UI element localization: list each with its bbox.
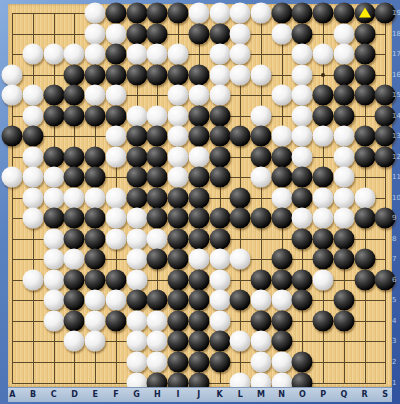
row-number-10: 10	[392, 194, 400, 202]
white-stone[interactable]	[209, 249, 230, 270]
black-stone[interactable]	[126, 167, 147, 188]
white-stone[interactable]	[85, 23, 106, 44]
black-stone[interactable]	[188, 352, 209, 373]
black-stone[interactable]	[43, 146, 64, 167]
white-stone[interactable]	[250, 3, 271, 24]
white-stone[interactable]	[85, 310, 106, 331]
black-stone[interactable]	[354, 269, 375, 290]
column-label-p: P	[320, 390, 326, 400]
black-stone[interactable]	[64, 85, 85, 106]
black-stone[interactable]	[168, 310, 189, 331]
white-stone[interactable]	[126, 44, 147, 65]
white-stone[interactable]	[85, 44, 106, 65]
black-stone[interactable]	[333, 64, 354, 85]
black-stone[interactable]	[271, 3, 292, 24]
white-stone[interactable]	[313, 44, 334, 65]
black-stone[interactable]	[313, 105, 334, 126]
white-stone[interactable]	[188, 85, 209, 106]
black-stone[interactable]	[85, 105, 106, 126]
black-stone[interactable]	[85, 269, 106, 290]
white-stone[interactable]	[209, 85, 230, 106]
black-stone[interactable]	[64, 269, 85, 290]
white-stone[interactable]	[168, 44, 189, 65]
white-stone[interactable]	[292, 64, 313, 85]
white-stone[interactable]	[333, 187, 354, 208]
black-stone[interactable]	[168, 352, 189, 373]
white-stone[interactable]	[85, 3, 106, 24]
white-stone[interactable]	[250, 290, 271, 311]
white-stone[interactable]	[105, 146, 126, 167]
row-number-11: 11	[392, 173, 400, 181]
white-stone[interactable]	[147, 310, 168, 331]
black-stone[interactable]	[271, 167, 292, 188]
white-stone[interactable]	[168, 146, 189, 167]
white-stone[interactable]	[333, 44, 354, 65]
row-number-6: 6	[392, 276, 400, 284]
white-stone[interactable]	[188, 249, 209, 270]
black-stone[interactable]	[313, 167, 334, 188]
black-stone[interactable]	[147, 187, 168, 208]
black-stone[interactable]	[147, 208, 168, 229]
white-stone[interactable]	[126, 249, 147, 270]
white-stone[interactable]	[209, 3, 230, 24]
black-stone[interactable]	[250, 310, 271, 331]
black-stone[interactable]	[85, 146, 106, 167]
black-stone[interactable]	[126, 126, 147, 147]
row-number-5: 5	[392, 296, 400, 304]
white-stone[interactable]	[188, 146, 209, 167]
white-stone[interactable]	[313, 126, 334, 147]
black-stone[interactable]	[354, 44, 375, 65]
black-stone[interactable]	[85, 249, 106, 270]
black-stone[interactable]	[64, 64, 85, 85]
grid-line-vertical	[385, 13, 386, 384]
white-stone[interactable]	[105, 187, 126, 208]
black-stone[interactable]	[209, 126, 230, 147]
white-stone[interactable]	[292, 105, 313, 126]
white-stone[interactable]	[333, 208, 354, 229]
black-stone[interactable]	[250, 146, 271, 167]
column-label-e: E	[92, 390, 97, 400]
black-stone[interactable]	[354, 208, 375, 229]
black-stone[interactable]	[126, 290, 147, 311]
column-label-b: B	[30, 390, 36, 400]
black-stone[interactable]	[188, 208, 209, 229]
black-stone[interactable]	[64, 167, 85, 188]
black-stone[interactable]	[188, 64, 209, 85]
black-stone[interactable]	[188, 228, 209, 249]
column-label-strip: ABCDEFGHIJKLMNOPQRS	[8, 387, 392, 402]
row-number-2: 2	[392, 358, 400, 366]
black-stone[interactable]	[168, 249, 189, 270]
black-stone[interactable]	[271, 146, 292, 167]
white-stone[interactable]	[209, 44, 230, 65]
black-stone[interactable]	[168, 290, 189, 311]
black-stone[interactable]	[354, 85, 375, 106]
row-number-15: 15	[392, 91, 400, 99]
black-stone[interactable]	[292, 228, 313, 249]
black-stone[interactable]	[168, 3, 189, 24]
black-stone[interactable]	[43, 105, 64, 126]
black-stone[interactable]	[188, 331, 209, 352]
column-label-d: D	[71, 390, 78, 400]
white-stone[interactable]	[147, 44, 168, 65]
black-stone[interactable]	[64, 208, 85, 229]
white-stone[interactable]	[271, 23, 292, 44]
white-stone[interactable]	[43, 44, 64, 65]
column-label-i: I	[177, 390, 180, 400]
column-label-s: S	[382, 390, 388, 400]
white-stone[interactable]	[313, 208, 334, 229]
white-stone[interactable]	[23, 208, 44, 229]
black-stone[interactable]	[250, 208, 271, 229]
column-label-c: C	[51, 390, 57, 400]
black-stone[interactable]	[230, 126, 251, 147]
black-stone[interactable]	[188, 105, 209, 126]
white-stone[interactable]	[126, 208, 147, 229]
white-stone[interactable]	[354, 187, 375, 208]
white-stone[interactable]	[43, 187, 64, 208]
white-stone[interactable]	[23, 187, 44, 208]
white-stone[interactable]	[147, 352, 168, 373]
black-stone[interactable]	[64, 290, 85, 311]
row-number-18: 18	[392, 30, 400, 38]
black-stone[interactable]	[188, 23, 209, 44]
black-stone[interactable]	[168, 269, 189, 290]
black-stone[interactable]	[313, 85, 334, 106]
white-stone[interactable]	[23, 105, 44, 126]
black-stone[interactable]	[271, 269, 292, 290]
white-stone[interactable]	[23, 85, 44, 106]
white-stone[interactable]	[250, 331, 271, 352]
black-stone[interactable]	[209, 167, 230, 188]
black-stone[interactable]	[64, 310, 85, 331]
black-stone[interactable]	[292, 269, 313, 290]
white-stone[interactable]	[43, 228, 64, 249]
white-stone[interactable]	[126, 352, 147, 373]
black-stone[interactable]	[147, 290, 168, 311]
black-stone[interactable]	[126, 187, 147, 208]
last-move-triangle-marker	[359, 8, 371, 18]
black-stone[interactable]	[126, 3, 147, 24]
black-stone[interactable]	[105, 64, 126, 85]
white-stone[interactable]	[43, 167, 64, 188]
black-stone[interactable]	[333, 310, 354, 331]
white-stone[interactable]	[85, 187, 106, 208]
black-stone[interactable]	[209, 331, 230, 352]
white-stone[interactable]	[271, 126, 292, 147]
black-stone[interactable]	[209, 228, 230, 249]
white-stone[interactable]	[23, 167, 44, 188]
black-stone[interactable]	[23, 126, 44, 147]
row-number-17: 17	[392, 50, 400, 58]
white-stone[interactable]	[292, 85, 313, 106]
white-stone[interactable]	[147, 228, 168, 249]
black-stone[interactable]	[43, 85, 64, 106]
white-stone[interactable]	[126, 105, 147, 126]
black-stone[interactable]	[126, 64, 147, 85]
black-stone[interactable]	[250, 126, 271, 147]
black-stone[interactable]	[64, 228, 85, 249]
black-stone[interactable]	[292, 23, 313, 44]
white-stone[interactable]	[271, 352, 292, 373]
black-stone[interactable]	[230, 290, 251, 311]
black-stone[interactable]	[43, 208, 64, 229]
black-stone[interactable]	[333, 228, 354, 249]
black-stone[interactable]	[147, 249, 168, 270]
black-stone[interactable]	[147, 3, 168, 24]
row-number-4: 4	[392, 317, 400, 325]
black-stone[interactable]	[2, 126, 23, 147]
column-label-q: Q	[340, 390, 347, 400]
black-stone[interactable]	[168, 228, 189, 249]
white-stone[interactable]	[147, 331, 168, 352]
column-label-n: N	[278, 390, 285, 400]
black-stone[interactable]	[250, 269, 271, 290]
column-label-j: J	[197, 390, 200, 400]
white-stone[interactable]	[271, 290, 292, 311]
black-stone[interactable]	[292, 167, 313, 188]
white-stone[interactable]	[23, 269, 44, 290]
white-stone[interactable]	[168, 126, 189, 147]
black-stone[interactable]	[85, 228, 106, 249]
row-number-16: 16	[392, 71, 400, 79]
white-stone[interactable]	[230, 3, 251, 24]
black-stone[interactable]	[188, 167, 209, 188]
white-stone[interactable]	[126, 269, 147, 290]
black-stone[interactable]	[147, 126, 168, 147]
black-stone[interactable]	[271, 208, 292, 229]
black-stone[interactable]	[271, 249, 292, 270]
black-stone[interactable]	[188, 187, 209, 208]
black-stone[interactable]	[126, 146, 147, 167]
white-stone[interactable]	[271, 85, 292, 106]
black-stone[interactable]	[105, 269, 126, 290]
go-board[interactable]	[8, 4, 392, 387]
white-stone[interactable]	[230, 23, 251, 44]
white-stone[interactable]	[64, 331, 85, 352]
black-stone[interactable]	[85, 167, 106, 188]
white-stone[interactable]	[2, 167, 23, 188]
white-stone[interactable]	[126, 310, 147, 331]
row-number-12: 12	[392, 153, 400, 161]
black-stone[interactable]	[209, 352, 230, 373]
white-stone[interactable]	[23, 44, 44, 65]
white-stone[interactable]	[126, 228, 147, 249]
row-number-7: 7	[392, 255, 400, 263]
column-label-h: H	[154, 390, 161, 400]
white-stone[interactable]	[292, 126, 313, 147]
black-stone[interactable]	[354, 126, 375, 147]
black-stone[interactable]	[313, 3, 334, 24]
black-stone[interactable]	[209, 105, 230, 126]
white-stone[interactable]	[85, 331, 106, 352]
white-stone[interactable]	[105, 208, 126, 229]
black-stone[interactable]	[209, 23, 230, 44]
black-stone[interactable]	[105, 3, 126, 24]
white-stone[interactable]	[85, 290, 106, 311]
black-stone[interactable]	[209, 146, 230, 167]
black-stone[interactable]	[209, 208, 230, 229]
black-stone[interactable]	[168, 331, 189, 352]
white-stone[interactable]	[64, 187, 85, 208]
row-number-14: 14	[392, 112, 400, 120]
white-stone[interactable]	[147, 105, 168, 126]
row-number-3: 3	[392, 337, 400, 345]
white-stone[interactable]	[292, 146, 313, 167]
white-stone[interactable]	[250, 105, 271, 126]
white-stone[interactable]	[250, 352, 271, 373]
black-stone[interactable]	[354, 249, 375, 270]
white-stone[interactable]	[43, 269, 64, 290]
black-stone[interactable]	[64, 105, 85, 126]
white-stone[interactable]	[43, 290, 64, 311]
column-label-o: O	[299, 390, 306, 400]
row-number-8: 8	[392, 235, 400, 243]
black-stone[interactable]	[292, 3, 313, 24]
white-stone[interactable]	[105, 228, 126, 249]
white-stone[interactable]	[64, 249, 85, 270]
black-stone[interactable]	[333, 3, 354, 24]
black-stone[interactable]	[271, 310, 292, 331]
row-number-19: 19	[392, 9, 400, 17]
white-stone[interactable]	[105, 23, 126, 44]
white-stone[interactable]	[230, 44, 251, 65]
white-stone[interactable]	[85, 85, 106, 106]
row-number-13: 13	[392, 132, 400, 140]
black-stone[interactable]	[292, 352, 313, 373]
black-stone[interactable]	[313, 310, 334, 331]
black-stone[interactable]	[230, 208, 251, 229]
black-stone[interactable]	[354, 146, 375, 167]
white-stone[interactable]	[292, 208, 313, 229]
white-stone[interactable]	[271, 187, 292, 208]
black-stone[interactable]	[271, 331, 292, 352]
black-stone[interactable]	[333, 249, 354, 270]
black-stone[interactable]	[168, 187, 189, 208]
white-stone[interactable]	[209, 290, 230, 311]
black-stone[interactable]	[64, 146, 85, 167]
white-stone[interactable]	[2, 64, 23, 85]
white-stone[interactable]	[2, 85, 23, 106]
black-stone[interactable]	[313, 228, 334, 249]
white-stone[interactable]	[43, 249, 64, 270]
row-number-1: 1	[392, 379, 400, 387]
white-stone[interactable]	[230, 331, 251, 352]
black-stone[interactable]	[105, 310, 126, 331]
white-stone[interactable]	[105, 126, 126, 147]
white-stone[interactable]	[333, 23, 354, 44]
black-stone[interactable]	[230, 187, 251, 208]
white-stone[interactable]	[313, 269, 334, 290]
black-stone[interactable]	[105, 44, 126, 65]
black-stone[interactable]	[333, 85, 354, 106]
white-stone[interactable]	[250, 64, 271, 85]
row-number-9: 9	[392, 214, 400, 222]
black-stone[interactable]	[354, 23, 375, 44]
black-stone[interactable]	[147, 64, 168, 85]
black-stone[interactable]	[292, 290, 313, 311]
go-app-window: ABCDEFGHIJKLMNOPQRS 19181716151413121110…	[0, 0, 400, 404]
white-stone[interactable]	[43, 310, 64, 331]
white-stone[interactable]	[64, 44, 85, 65]
white-stone[interactable]	[168, 85, 189, 106]
white-stone[interactable]	[105, 85, 126, 106]
black-stone[interactable]	[333, 290, 354, 311]
black-stone[interactable]	[147, 23, 168, 44]
white-stone[interactable]	[209, 310, 230, 331]
black-stone[interactable]	[354, 64, 375, 85]
column-label-a: A	[9, 390, 15, 400]
white-stone[interactable]	[230, 64, 251, 85]
black-stone[interactable]	[188, 310, 209, 331]
white-stone[interactable]	[126, 331, 147, 352]
black-stone[interactable]	[168, 64, 189, 85]
white-stone[interactable]	[292, 44, 313, 65]
white-stone[interactable]	[188, 3, 209, 24]
black-stone[interactable]	[313, 249, 334, 270]
column-label-g: G	[133, 390, 140, 400]
row-number-strip: 19181716151413121110987654321	[392, 4, 400, 387]
black-stone[interactable]	[292, 187, 313, 208]
black-stone[interactable]	[333, 105, 354, 126]
white-stone[interactable]	[313, 187, 334, 208]
black-stone[interactable]	[168, 208, 189, 229]
white-stone[interactable]	[23, 146, 44, 167]
column-label-r: R	[361, 390, 367, 400]
white-stone[interactable]	[168, 167, 189, 188]
column-label-l: L	[238, 390, 243, 400]
black-stone[interactable]	[85, 64, 106, 85]
star-point	[321, 73, 325, 77]
black-stone[interactable]	[147, 167, 168, 188]
black-stone[interactable]	[105, 105, 126, 126]
white-stone[interactable]	[105, 290, 126, 311]
white-stone[interactable]	[209, 269, 230, 290]
white-stone[interactable]	[333, 126, 354, 147]
column-label-m: M	[257, 390, 265, 400]
black-stone[interactable]	[126, 23, 147, 44]
white-stone[interactable]	[333, 146, 354, 167]
white-stone[interactable]	[209, 64, 230, 85]
black-stone[interactable]	[188, 126, 209, 147]
black-stone[interactable]	[188, 290, 209, 311]
black-stone[interactable]	[85, 208, 106, 229]
black-stone[interactable]	[188, 269, 209, 290]
white-stone[interactable]	[250, 167, 271, 188]
black-stone[interactable]	[147, 146, 168, 167]
white-stone[interactable]	[333, 167, 354, 188]
white-stone[interactable]	[168, 105, 189, 126]
white-stone[interactable]	[230, 249, 251, 270]
column-label-f: F	[113, 390, 118, 400]
column-label-k: K	[216, 390, 222, 400]
